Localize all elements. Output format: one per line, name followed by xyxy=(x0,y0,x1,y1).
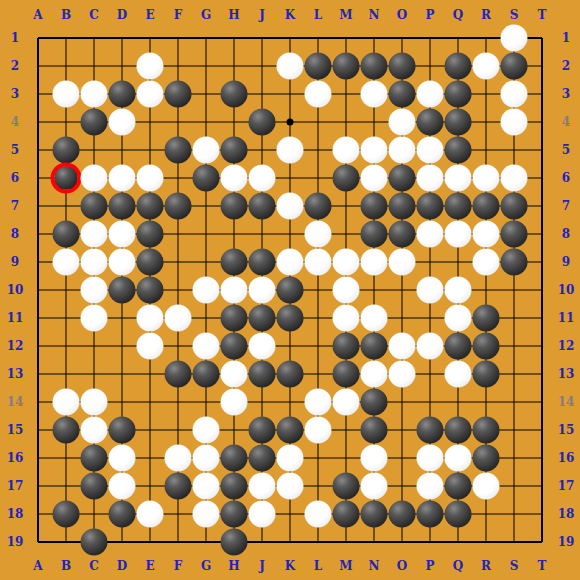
white-stone[interactable] xyxy=(473,165,500,192)
col-label-top-D: D xyxy=(117,8,127,22)
white-stone[interactable] xyxy=(137,333,164,360)
black-stone[interactable] xyxy=(221,445,248,472)
white-stone[interactable] xyxy=(221,361,248,388)
col-label-bottom-B: B xyxy=(61,559,71,573)
col-label-top-N: N xyxy=(369,8,380,22)
white-stone[interactable] xyxy=(333,277,360,304)
black-stone[interactable] xyxy=(53,501,80,528)
row-label-right-16: 16 xyxy=(558,451,575,465)
black-stone[interactable] xyxy=(193,361,220,388)
black-stone[interactable] xyxy=(249,417,276,444)
black-stone[interactable] xyxy=(81,529,108,556)
white-stone[interactable] xyxy=(417,221,444,248)
black-stone[interactable] xyxy=(221,333,248,360)
col-label-top-H: H xyxy=(228,8,239,22)
col-label-bottom-K: K xyxy=(285,559,295,573)
white-stone[interactable] xyxy=(53,249,80,276)
white-stone[interactable] xyxy=(109,165,136,192)
col-label-top-A: A xyxy=(33,8,42,22)
white-stone[interactable] xyxy=(193,277,220,304)
row-label-left-2: 2 xyxy=(11,59,19,73)
col-label-top-R: R xyxy=(481,8,491,22)
white-stone[interactable] xyxy=(389,249,416,276)
row-label-right-11: 11 xyxy=(558,311,575,325)
black-stone[interactable] xyxy=(165,361,192,388)
white-stone[interactable] xyxy=(81,221,108,248)
row-label-left-7: 7 xyxy=(11,199,19,213)
col-label-bottom-N: N xyxy=(369,559,380,573)
white-stone[interactable] xyxy=(361,361,388,388)
row-label-right-14: 14 xyxy=(558,395,575,409)
black-stone[interactable] xyxy=(221,81,248,108)
black-stone[interactable] xyxy=(417,193,444,220)
black-stone[interactable] xyxy=(109,417,136,444)
row-label-right-19: 19 xyxy=(558,535,575,549)
col-label-top-M: M xyxy=(339,8,352,22)
black-stone[interactable] xyxy=(501,249,528,276)
black-stone[interactable] xyxy=(361,193,388,220)
black-stone[interactable] xyxy=(445,417,472,444)
black-stone[interactable] xyxy=(361,417,388,444)
col-label-top-F: F xyxy=(174,8,183,22)
white-stone[interactable] xyxy=(165,305,192,332)
white-stone[interactable] xyxy=(445,445,472,472)
go-board-screen: AABBCCDDEEFFGGHHJJKKLLMMNNOOPPQQRRSSTT11… xyxy=(0,0,580,580)
white-stone[interactable] xyxy=(333,249,360,276)
row-label-left-11: 11 xyxy=(7,311,24,325)
col-label-bottom-L: L xyxy=(314,559,322,573)
black-stone[interactable] xyxy=(501,193,528,220)
black-stone[interactable] xyxy=(389,81,416,108)
white-stone[interactable] xyxy=(389,333,416,360)
white-stone[interactable] xyxy=(361,137,388,164)
black-stone[interactable] xyxy=(277,277,304,304)
black-stone[interactable] xyxy=(389,165,416,192)
col-label-bottom-A: A xyxy=(33,559,42,573)
white-stone[interactable] xyxy=(361,81,388,108)
row-label-left-1: 1 xyxy=(11,31,19,45)
white-stone[interactable] xyxy=(361,305,388,332)
white-stone[interactable] xyxy=(501,165,528,192)
white-stone[interactable] xyxy=(277,53,304,80)
black-stone[interactable] xyxy=(109,501,136,528)
black-stone[interactable] xyxy=(445,137,472,164)
row-label-left-3: 3 xyxy=(11,87,19,101)
black-stone[interactable] xyxy=(333,53,360,80)
black-stone[interactable] xyxy=(361,501,388,528)
black-stone[interactable] xyxy=(221,305,248,332)
black-stone[interactable] xyxy=(53,417,80,444)
white-stone[interactable] xyxy=(277,137,304,164)
black-stone[interactable] xyxy=(221,473,248,500)
row-label-left-6: 6 xyxy=(11,171,19,185)
black-stone[interactable] xyxy=(417,109,444,136)
black-stone[interactable] xyxy=(137,277,164,304)
white-stone[interactable] xyxy=(305,249,332,276)
white-stone[interactable] xyxy=(305,417,332,444)
white-stone[interactable] xyxy=(445,305,472,332)
col-label-top-B: B xyxy=(61,8,71,22)
white-stone[interactable] xyxy=(445,361,472,388)
row-label-left-17: 17 xyxy=(7,479,24,493)
white-stone[interactable] xyxy=(361,165,388,192)
white-stone[interactable] xyxy=(221,165,248,192)
black-stone[interactable] xyxy=(333,473,360,500)
white-stone[interactable] xyxy=(417,445,444,472)
white-stone[interactable] xyxy=(81,165,108,192)
black-stone[interactable] xyxy=(109,193,136,220)
row-label-right-8: 8 xyxy=(562,227,570,241)
black-stone[interactable] xyxy=(81,445,108,472)
black-stone[interactable] xyxy=(53,137,80,164)
star-point-K4 xyxy=(287,119,294,126)
row-label-right-9: 9 xyxy=(562,255,570,269)
white-stone[interactable] xyxy=(109,445,136,472)
white-stone[interactable] xyxy=(137,165,164,192)
black-stone[interactable] xyxy=(277,361,304,388)
col-label-bottom-P: P xyxy=(425,559,434,573)
white-stone[interactable] xyxy=(417,81,444,108)
col-label-top-J: J xyxy=(259,8,265,22)
white-stone[interactable] xyxy=(109,109,136,136)
black-stone[interactable] xyxy=(277,305,304,332)
white-stone[interactable] xyxy=(333,305,360,332)
col-label-top-Q: Q xyxy=(453,8,463,22)
col-label-bottom-H: H xyxy=(228,559,239,573)
col-label-top-C: C xyxy=(89,8,99,22)
row-label-right-15: 15 xyxy=(558,423,575,437)
black-stone[interactable] xyxy=(473,305,500,332)
white-stone[interactable] xyxy=(417,165,444,192)
row-label-right-6: 6 xyxy=(562,171,570,185)
black-stone[interactable] xyxy=(417,501,444,528)
black-stone[interactable] xyxy=(361,53,388,80)
black-stone[interactable] xyxy=(249,445,276,472)
black-stone[interactable] xyxy=(165,81,192,108)
black-stone[interactable] xyxy=(445,53,472,80)
col-label-top-E: E xyxy=(145,8,154,22)
white-stone[interactable] xyxy=(249,277,276,304)
white-stone[interactable] xyxy=(473,473,500,500)
white-stone[interactable] xyxy=(389,361,416,388)
black-stone[interactable] xyxy=(333,165,360,192)
white-stone[interactable] xyxy=(361,473,388,500)
row-label-right-7: 7 xyxy=(562,199,570,213)
col-label-bottom-D: D xyxy=(117,559,127,573)
black-stone[interactable] xyxy=(473,417,500,444)
white-stone[interactable] xyxy=(137,81,164,108)
black-stone[interactable] xyxy=(445,501,472,528)
white-stone[interactable] xyxy=(53,389,80,416)
white-stone[interactable] xyxy=(221,277,248,304)
white-stone[interactable] xyxy=(277,445,304,472)
white-stone[interactable] xyxy=(53,81,80,108)
black-stone[interactable] xyxy=(473,445,500,472)
white-stone[interactable] xyxy=(81,417,108,444)
white-stone[interactable] xyxy=(81,81,108,108)
black-stone[interactable] xyxy=(417,417,444,444)
black-stone[interactable] xyxy=(109,81,136,108)
black-stone[interactable] xyxy=(53,221,80,248)
col-label-top-L: L xyxy=(314,8,322,22)
black-stone[interactable] xyxy=(249,193,276,220)
row-label-left-8: 8 xyxy=(11,227,19,241)
black-stone[interactable] xyxy=(277,417,304,444)
white-stone[interactable] xyxy=(193,333,220,360)
col-label-bottom-E: E xyxy=(145,559,154,573)
white-stone[interactable] xyxy=(221,389,248,416)
black-stone[interactable] xyxy=(473,361,500,388)
row-label-right-10: 10 xyxy=(558,283,575,297)
black-stone[interactable] xyxy=(137,249,164,276)
white-stone[interactable] xyxy=(81,277,108,304)
col-label-bottom-C: C xyxy=(89,559,99,573)
col-label-bottom-M: M xyxy=(339,559,352,573)
white-stone[interactable] xyxy=(473,221,500,248)
black-stone[interactable] xyxy=(81,193,108,220)
white-stone[interactable] xyxy=(277,473,304,500)
black-stone[interactable] xyxy=(165,473,192,500)
row-label-left-15: 15 xyxy=(7,423,24,437)
white-stone[interactable] xyxy=(249,473,276,500)
white-stone[interactable] xyxy=(417,277,444,304)
col-label-top-G: G xyxy=(201,8,211,22)
white-stone[interactable] xyxy=(501,109,528,136)
col-label-top-P: P xyxy=(425,8,434,22)
black-stone[interactable] xyxy=(445,109,472,136)
white-stone[interactable] xyxy=(361,249,388,276)
white-stone[interactable] xyxy=(305,81,332,108)
white-stone[interactable] xyxy=(109,249,136,276)
white-stone[interactable] xyxy=(473,249,500,276)
col-label-bottom-O: O xyxy=(397,559,407,573)
row-label-left-4: 4 xyxy=(11,115,19,129)
col-label-top-O: O xyxy=(397,8,407,22)
black-stone[interactable] xyxy=(333,501,360,528)
col-label-bottom-R: R xyxy=(481,559,491,573)
black-stone[interactable] xyxy=(249,305,276,332)
white-stone[interactable] xyxy=(501,25,528,52)
white-stone[interactable] xyxy=(81,389,108,416)
white-stone[interactable] xyxy=(445,221,472,248)
white-stone[interactable] xyxy=(249,165,276,192)
black-stone[interactable] xyxy=(305,193,332,220)
row-label-left-12: 12 xyxy=(7,339,24,353)
black-stone[interactable] xyxy=(361,333,388,360)
white-stone[interactable] xyxy=(473,53,500,80)
black-stone[interactable] xyxy=(137,221,164,248)
col-label-bottom-T: T xyxy=(538,559,547,573)
white-stone[interactable] xyxy=(193,417,220,444)
white-stone[interactable] xyxy=(249,333,276,360)
black-stone[interactable] xyxy=(221,501,248,528)
white-stone[interactable] xyxy=(361,445,388,472)
black-stone[interactable] xyxy=(501,53,528,80)
col-label-bottom-G: G xyxy=(201,559,211,573)
white-stone[interactable] xyxy=(305,389,332,416)
black-stone[interactable] xyxy=(389,53,416,80)
row-label-left-16: 16 xyxy=(7,451,24,465)
row-label-right-2: 2 xyxy=(562,59,570,73)
white-stone[interactable] xyxy=(501,81,528,108)
white-stone[interactable] xyxy=(305,221,332,248)
black-stone[interactable] xyxy=(137,193,164,220)
black-stone[interactable] xyxy=(249,361,276,388)
white-stone[interactable] xyxy=(277,193,304,220)
row-label-left-19: 19 xyxy=(7,535,24,549)
black-stone[interactable] xyxy=(445,333,472,360)
col-label-top-T: T xyxy=(538,8,547,22)
col-label-top-K: K xyxy=(285,8,295,22)
black-stone[interactable] xyxy=(389,221,416,248)
black-stone[interactable] xyxy=(361,389,388,416)
black-stone[interactable] xyxy=(165,137,192,164)
black-stone[interactable] xyxy=(109,277,136,304)
white-stone[interactable] xyxy=(137,501,164,528)
white-stone[interactable] xyxy=(193,445,220,472)
black-stone[interactable] xyxy=(221,193,248,220)
white-stone[interactable] xyxy=(417,333,444,360)
black-stone[interactable] xyxy=(193,165,220,192)
white-stone[interactable] xyxy=(137,305,164,332)
black-stone[interactable] xyxy=(445,81,472,108)
black-stone[interactable] xyxy=(445,473,472,500)
white-stone[interactable] xyxy=(109,473,136,500)
row-label-left-9: 9 xyxy=(11,255,19,269)
row-label-right-4: 4 xyxy=(562,115,570,129)
black-stone[interactable] xyxy=(473,333,500,360)
white-stone[interactable] xyxy=(193,501,220,528)
white-stone[interactable] xyxy=(333,137,360,164)
white-stone[interactable] xyxy=(445,277,472,304)
black-stone[interactable] xyxy=(249,109,276,136)
black-stone[interactable] xyxy=(165,193,192,220)
row-label-left-10: 10 xyxy=(7,283,24,297)
row-label-left-14: 14 xyxy=(7,395,24,409)
row-label-right-13: 13 xyxy=(558,367,575,381)
col-label-bottom-Q: Q xyxy=(453,559,463,573)
white-stone[interactable] xyxy=(165,445,192,472)
white-stone[interactable] xyxy=(417,137,444,164)
black-stone[interactable] xyxy=(221,249,248,276)
col-label-bottom-S: S xyxy=(510,559,519,573)
white-stone[interactable] xyxy=(333,389,360,416)
white-stone[interactable] xyxy=(193,473,220,500)
white-stone[interactable] xyxy=(249,501,276,528)
row-label-right-3: 3 xyxy=(562,87,570,101)
black-stone[interactable] xyxy=(305,53,332,80)
white-stone[interactable] xyxy=(389,109,416,136)
col-label-top-S: S xyxy=(510,8,519,22)
white-stone[interactable] xyxy=(109,221,136,248)
black-stone[interactable] xyxy=(445,193,472,220)
black-stone[interactable] xyxy=(501,221,528,248)
white-stone[interactable] xyxy=(389,137,416,164)
white-stone[interactable] xyxy=(445,165,472,192)
col-label-bottom-J: J xyxy=(259,559,265,573)
black-stone[interactable] xyxy=(389,193,416,220)
row-label-left-5: 5 xyxy=(11,143,19,157)
col-label-bottom-F: F xyxy=(174,559,183,573)
black-stone[interactable] xyxy=(221,137,248,164)
white-stone[interactable] xyxy=(193,137,220,164)
black-stone[interactable] xyxy=(389,501,416,528)
black-stone[interactable] xyxy=(333,333,360,360)
white-stone[interactable] xyxy=(81,305,108,332)
black-stone[interactable] xyxy=(221,529,248,556)
black-stone[interactable] xyxy=(361,221,388,248)
black-stone[interactable] xyxy=(81,473,108,500)
black-stone[interactable] xyxy=(473,193,500,220)
white-stone[interactable] xyxy=(81,249,108,276)
black-stone[interactable] xyxy=(333,361,360,388)
black-stone[interactable] xyxy=(249,249,276,276)
row-label-left-18: 18 xyxy=(7,507,24,521)
white-stone[interactable] xyxy=(137,53,164,80)
row-label-right-18: 18 xyxy=(558,507,575,521)
row-label-right-12: 12 xyxy=(558,339,575,353)
row-label-right-17: 17 xyxy=(558,479,575,493)
black-stone[interactable] xyxy=(81,109,108,136)
row-label-left-13: 13 xyxy=(7,367,24,381)
black-stone-last-move[interactable] xyxy=(51,163,82,194)
row-label-right-1: 1 xyxy=(562,31,570,45)
white-stone[interactable] xyxy=(277,249,304,276)
white-stone[interactable] xyxy=(305,501,332,528)
row-label-right-5: 5 xyxy=(562,143,570,157)
white-stone[interactable] xyxy=(417,473,444,500)
